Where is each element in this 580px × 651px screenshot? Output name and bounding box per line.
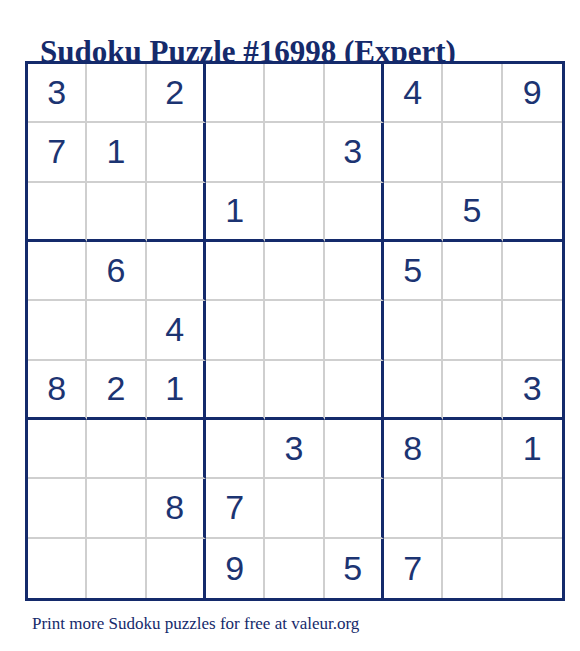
sudoku-cell-r1c1: 3 — [28, 64, 87, 123]
sudoku-cell-r8c6 — [325, 479, 384, 538]
sudoku-cell-r2c2: 1 — [87, 123, 146, 182]
sudoku-cell-r2c6: 3 — [325, 123, 384, 182]
sudoku-cell-r7c7: 8 — [384, 420, 443, 479]
sudoku-cell-r8c5 — [265, 479, 324, 538]
sudoku-cell-r5c1 — [28, 301, 87, 360]
sudoku-cell-r5c9 — [503, 301, 562, 360]
sudoku-cell-r2c8 — [443, 123, 502, 182]
sudoku-cell-r3c6 — [325, 183, 384, 242]
sudoku-cell-r3c1 — [28, 183, 87, 242]
sudoku-cell-r3c2 — [87, 183, 146, 242]
sudoku-cell-r7c5: 3 — [265, 420, 324, 479]
sudoku-cell-r9c8 — [443, 539, 502, 598]
sudoku-cell-r9c4: 9 — [206, 539, 265, 598]
sudoku-cell-r5c3: 4 — [147, 301, 206, 360]
sudoku-cell-r7c8 — [443, 420, 502, 479]
sudoku-cell-r9c1 — [28, 539, 87, 598]
sudoku-cell-r3c8: 5 — [443, 183, 502, 242]
sudoku-cell-r6c9: 3 — [503, 361, 562, 420]
sudoku-cell-r8c3: 8 — [147, 479, 206, 538]
sudoku-cell-r1c9: 9 — [503, 64, 562, 123]
sudoku-board: 324971315654821338187957 — [25, 61, 565, 601]
sudoku-cell-r9c9 — [503, 539, 562, 598]
sudoku-cell-r8c1 — [28, 479, 87, 538]
sudoku-cell-r1c5 — [265, 64, 324, 123]
sudoku-cell-r4c8 — [443, 242, 502, 301]
sudoku-cell-r4c7: 5 — [384, 242, 443, 301]
sudoku-cell-r5c5 — [265, 301, 324, 360]
sudoku-cell-r9c7: 7 — [384, 539, 443, 598]
sudoku-cell-r4c6 — [325, 242, 384, 301]
sudoku-cell-r1c7: 4 — [384, 64, 443, 123]
sudoku-cell-r2c4 — [206, 123, 265, 182]
sudoku-cell-r2c1: 7 — [28, 123, 87, 182]
sudoku-cell-r7c3 — [147, 420, 206, 479]
sudoku-cell-r6c7 — [384, 361, 443, 420]
sudoku-cell-r8c2 — [87, 479, 146, 538]
sudoku-cell-r9c5 — [265, 539, 324, 598]
sudoku-cell-r7c2 — [87, 420, 146, 479]
sudoku-cell-r7c4 — [206, 420, 265, 479]
sudoku-cell-r5c8 — [443, 301, 502, 360]
sudoku-cell-r4c2: 6 — [87, 242, 146, 301]
sudoku-cell-r4c5 — [265, 242, 324, 301]
sudoku-cell-r6c5 — [265, 361, 324, 420]
sudoku-cell-r1c2 — [87, 64, 146, 123]
sudoku-cell-r9c2 — [87, 539, 146, 598]
sudoku-cell-r1c8 — [443, 64, 502, 123]
sudoku-cell-r4c3 — [147, 242, 206, 301]
sudoku-cell-r1c6 — [325, 64, 384, 123]
sudoku-cell-r8c8 — [443, 479, 502, 538]
sudoku-cell-r9c6: 5 — [325, 539, 384, 598]
sudoku-cell-r1c3: 2 — [147, 64, 206, 123]
sudoku-cell-r6c1: 8 — [28, 361, 87, 420]
sudoku-cell-r3c3 — [147, 183, 206, 242]
sudoku-cell-r2c7 — [384, 123, 443, 182]
sudoku-cell-r7c9: 1 — [503, 420, 562, 479]
sudoku-cell-r6c8 — [443, 361, 502, 420]
sudoku-cell-r5c6 — [325, 301, 384, 360]
sudoku-cell-r9c3 — [147, 539, 206, 598]
sudoku-cell-r6c3: 1 — [147, 361, 206, 420]
sudoku-cell-r8c7 — [384, 479, 443, 538]
sudoku-cell-r3c4: 1 — [206, 183, 265, 242]
sudoku-cell-r8c4: 7 — [206, 479, 265, 538]
sudoku-cell-r3c7 — [384, 183, 443, 242]
sudoku-cell-r5c7 — [384, 301, 443, 360]
sudoku-cell-r3c5 — [265, 183, 324, 242]
sudoku-cell-r4c9 — [503, 242, 562, 301]
sudoku-cell-r6c2: 2 — [87, 361, 146, 420]
sudoku-cell-r5c4 — [206, 301, 265, 360]
sudoku-cell-r4c4 — [206, 242, 265, 301]
sudoku-cell-r5c2 — [87, 301, 146, 360]
sudoku-cell-r8c9 — [503, 479, 562, 538]
footer-text: Print more Sudoku puzzles for free at va… — [32, 614, 359, 634]
sudoku-cell-r2c5 — [265, 123, 324, 182]
sudoku-cell-r4c1 — [28, 242, 87, 301]
sudoku-cell-r7c1 — [28, 420, 87, 479]
sudoku-cell-r2c9 — [503, 123, 562, 182]
sudoku-cell-r3c9 — [503, 183, 562, 242]
sudoku-cell-r7c6 — [325, 420, 384, 479]
sudoku-cell-r6c6 — [325, 361, 384, 420]
sudoku-cell-r2c3 — [147, 123, 206, 182]
sudoku-cell-r1c4 — [206, 64, 265, 123]
sudoku-cell-r6c4 — [206, 361, 265, 420]
